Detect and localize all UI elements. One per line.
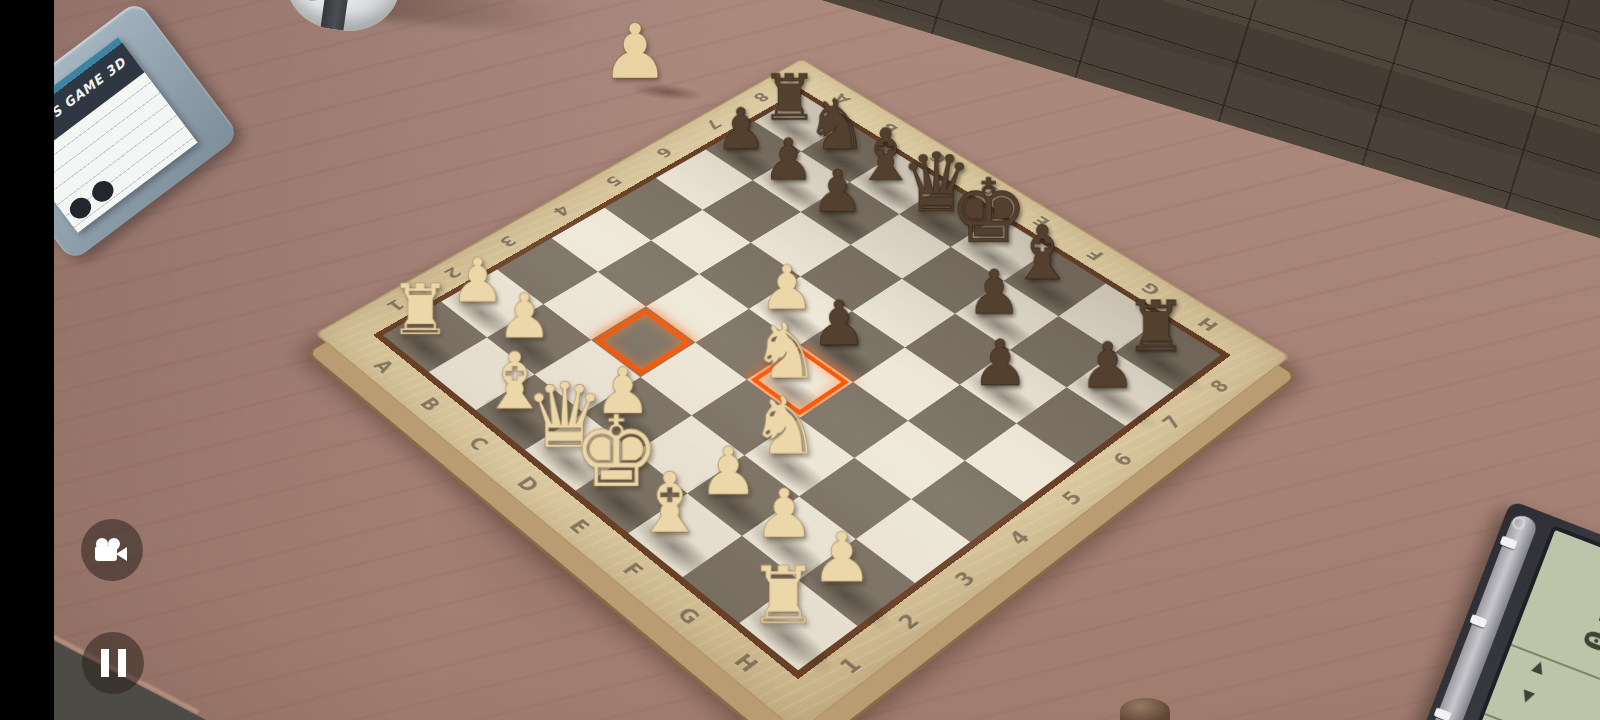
white-rook[interactable]: ♜ — [747, 556, 818, 635]
white-pawn[interactable]: ♟ — [698, 439, 758, 506]
board-scene: ABCDEFGH ABCDEFGH 87654321 87654321 ♜♞♝♛… — [0, 0, 1600, 720]
pause-button[interactable] — [82, 632, 144, 694]
white-pawn[interactable]: ♟ — [811, 524, 873, 593]
clock-time-top: 0:00 — [1575, 560, 1600, 658]
video-camera-icon — [95, 538, 129, 562]
screen-letterbox — [0, 0, 54, 720]
white-pawn[interactable]: ♟ — [754, 480, 815, 548]
chess-board: ABCDEFGH ABCDEFGH 87654321 87654321 ♜♞♝♛… — [314, 58, 1290, 720]
camera-button[interactable] — [81, 519, 143, 581]
white-rook[interactable]: ♜ — [388, 275, 451, 345]
white-knight[interactable]: ♞ — [749, 386, 821, 466]
black-pawn[interactable]: ♟ — [762, 131, 814, 189]
white-bishop[interactable]: ♝ — [632, 462, 706, 545]
pause-icon — [101, 649, 126, 677]
game-screen: { "game": "chess", "app_context": "3D ch… — [0, 0, 1600, 720]
black-pawn[interactable]: ♟ — [972, 332, 1029, 395]
board-grid: ♜♞♝♛♚♝♜♟♟♟♟♟♟♟♟♞♞♟♟♟♟♟♟♜♝♛♚♝♜ — [373, 89, 1230, 679]
black-pawn[interactable]: ♟ — [1079, 334, 1136, 398]
black-pawn[interactable]: ♟ — [811, 163, 863, 221]
clock-mode-icons: ◀ ▶ — [1512, 653, 1552, 707]
black-pawn[interactable]: ♟ — [966, 262, 1021, 323]
